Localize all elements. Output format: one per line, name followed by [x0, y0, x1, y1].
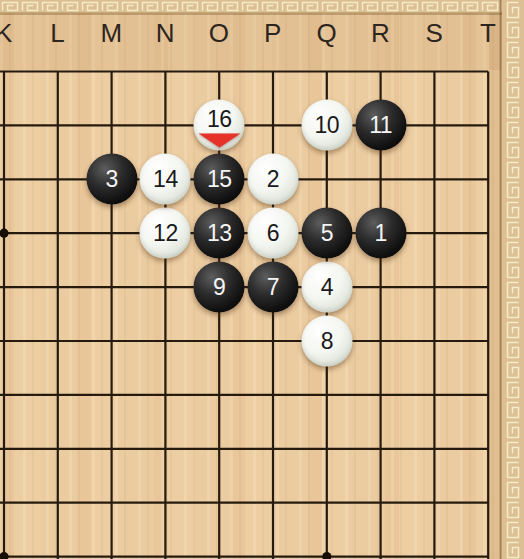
stone-14-white-N17: 14 — [140, 154, 191, 205]
move-number: 13 — [207, 222, 232, 245]
move-number: 16 — [207, 108, 232, 131]
meander-border-top-icon — [0, 0, 524, 13]
stone-6-white-P16: 6 — [248, 208, 299, 259]
move-number: 10 — [315, 114, 340, 137]
move-number: 6 — [267, 222, 279, 245]
stone-3-black-M17: 3 — [86, 154, 137, 205]
stone-16-white-O18: 16 — [194, 100, 245, 151]
move-number: 14 — [153, 168, 178, 191]
stone-5-black-Q16: 5 — [301, 208, 352, 259]
move-number: 3 — [105, 168, 117, 191]
move-number: 1 — [374, 222, 386, 245]
column-label-N: N — [156, 20, 175, 46]
stone-8-white-Q14: 8 — [301, 316, 352, 367]
stone-10-white-Q18: 10 — [301, 100, 352, 151]
stone-2-white-P17: 2 — [248, 154, 299, 205]
stone-15-black-O17: 15 — [194, 154, 245, 205]
move-number: 12 — [153, 222, 178, 245]
stone-7-black-P15: 7 — [248, 262, 299, 313]
column-label-T: T — [480, 20, 496, 46]
column-label-K: K — [0, 20, 13, 46]
column-label-M: M — [101, 20, 123, 46]
meander-border-right-icon — [502, 0, 524, 559]
column-label-L: L — [50, 20, 65, 46]
stone-12-white-N16: 12 — [140, 208, 191, 259]
border-shadow — [0, 13, 524, 15]
column-label-O: O — [209, 20, 230, 46]
stone-13-black-O16: 13 — [194, 208, 245, 259]
stone-4-white-Q15: 4 — [301, 262, 352, 313]
stone-11-black-R18: 11 — [355, 100, 406, 151]
move-number: 15 — [207, 168, 232, 191]
move-number: 7 — [267, 276, 279, 299]
column-label-P: P — [264, 20, 282, 46]
move-number: 11 — [369, 114, 392, 137]
stone-1-black-R16: 1 — [355, 208, 406, 259]
move-number: 8 — [321, 330, 333, 353]
column-label-Q: Q — [316, 20, 337, 46]
last-move-triangle-icon — [198, 134, 240, 148]
move-number: 2 — [267, 168, 279, 191]
column-label-R: R — [371, 20, 390, 46]
go-board-screenshot: KLMNOPQRST 12345678910111213141516 — [0, 0, 524, 559]
stone-9-black-O15: 9 — [194, 262, 245, 313]
move-number: 5 — [321, 222, 333, 245]
column-label-S: S — [425, 20, 443, 46]
move-number: 9 — [213, 276, 225, 299]
move-number: 4 — [321, 276, 333, 299]
